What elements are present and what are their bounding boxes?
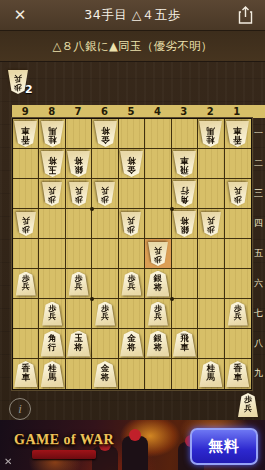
square-8六 xyxy=(39,269,65,299)
square-1二 xyxy=(225,149,251,179)
square-9二 xyxy=(13,149,39,179)
square-6九: 金将 xyxy=(92,359,118,389)
file-label: 9 xyxy=(12,105,38,118)
ad-close-icon[interactable]: ✕ xyxy=(4,456,12,467)
square-4七: 歩兵 xyxy=(145,299,171,329)
koma-gote: 歩兵 xyxy=(228,182,248,206)
info-button[interactable]: i xyxy=(9,398,31,420)
ad-cta-button[interactable]: 無料 xyxy=(190,428,258,465)
square-8三: 歩兵 xyxy=(39,179,65,209)
square-7一 xyxy=(66,119,92,149)
square-9八 xyxy=(13,329,39,359)
board-grid: 香車桂馬金将桂馬香車玉将銀将金将飛車歩兵歩兵歩兵角行歩兵歩兵歩兵銀将歩兵歩兵歩兵… xyxy=(12,118,252,390)
square-2四: 歩兵 xyxy=(198,209,224,239)
koma-gote: 歩兵 xyxy=(8,70,28,94)
sente-captured-tray: 歩兵 xyxy=(238,393,258,417)
square-2一: 桂馬 xyxy=(198,119,224,149)
rank-label: 九 xyxy=(252,358,265,388)
square-7六: 歩兵 xyxy=(66,269,92,299)
square-7三: 歩兵 xyxy=(66,179,92,209)
square-8八: 角行 xyxy=(39,329,65,359)
square-5二: 金将 xyxy=(119,149,145,179)
file-label: 8 xyxy=(38,105,64,118)
square-6七: 歩兵 xyxy=(92,299,118,329)
koma-gote: 桂馬 xyxy=(41,121,64,147)
square-8四 xyxy=(39,209,65,239)
koma-gote: 歩兵 xyxy=(69,182,89,206)
comment-banner: △８八銀に▲同玉（優劣不明） xyxy=(0,31,265,62)
file-labels: 987654321 xyxy=(12,105,265,118)
koma-sente: 歩兵 xyxy=(238,393,258,417)
square-1一: 香車 xyxy=(225,119,251,149)
rank-label: 八 xyxy=(252,328,265,358)
hoshi-dot xyxy=(170,297,174,301)
square-5八: 金将 xyxy=(119,329,145,359)
square-3五 xyxy=(172,239,198,269)
square-5三 xyxy=(119,179,145,209)
koma-gote: 歩兵 xyxy=(121,212,141,236)
hoshi-dot xyxy=(90,297,94,301)
koma-sente: 金将 xyxy=(94,361,117,387)
square-1三: 歩兵 xyxy=(225,179,251,209)
koma-gote: 桂馬 xyxy=(199,121,222,147)
koma-sente: 歩兵 xyxy=(148,302,168,326)
koma-sente: 歩兵 xyxy=(121,272,141,296)
square-6三: 歩兵 xyxy=(92,179,118,209)
square-6二 xyxy=(92,149,118,179)
koma-gote: 玉将 xyxy=(41,151,64,177)
warrior-figure xyxy=(92,446,118,470)
square-9四: 歩兵 xyxy=(13,209,39,239)
file-label: 6 xyxy=(91,105,117,118)
square-3四: 銀将 xyxy=(172,209,198,239)
square-5五 xyxy=(119,239,145,269)
koma-sente: 桂馬 xyxy=(199,361,222,387)
close-button[interactable]: ✕ xyxy=(0,6,40,24)
file-label: 3 xyxy=(171,105,197,118)
koma-sente: 銀将 xyxy=(146,271,169,297)
rank-label: 六 xyxy=(252,268,265,298)
square-4二 xyxy=(145,149,171,179)
koma-gote: 飛車 xyxy=(173,151,196,177)
square-4四 xyxy=(145,209,171,239)
square-2二 xyxy=(198,149,224,179)
file-label: 1 xyxy=(224,105,250,118)
file-label: 7 xyxy=(65,105,91,118)
square-5七 xyxy=(119,299,145,329)
hoshi-dot xyxy=(90,207,94,211)
square-3七 xyxy=(172,299,198,329)
square-5一 xyxy=(119,119,145,149)
square-9七 xyxy=(13,299,39,329)
koma-gote: 金将 xyxy=(120,151,143,177)
koma-sente: 桂馬 xyxy=(41,361,64,387)
square-1六 xyxy=(225,269,251,299)
koma-sente: 歩兵 xyxy=(42,302,62,326)
square-9五 xyxy=(13,239,39,269)
square-4九 xyxy=(145,359,171,389)
koma-sente: 歩兵 xyxy=(95,302,115,326)
koma-gote: 銀将 xyxy=(173,211,196,237)
koma-sente: 飛車 xyxy=(173,331,196,357)
square-3三: 角行 xyxy=(172,179,198,209)
square-3二: 飛車 xyxy=(172,149,198,179)
square-7九 xyxy=(66,359,92,389)
koma-sente: 歩兵 xyxy=(228,302,248,326)
page-title: 34手目 △４五歩 xyxy=(40,7,225,24)
rank-label: 三 xyxy=(252,178,265,208)
square-8二: 玉将 xyxy=(39,149,65,179)
koma-sente: 銀将 xyxy=(146,331,169,357)
square-6八 xyxy=(92,329,118,359)
square-7八: 玉将 xyxy=(66,329,92,359)
share-button[interactable] xyxy=(225,6,265,24)
koma-gote: 角行 xyxy=(173,181,196,207)
nav-bar: ✕ 34手目 △４五歩 xyxy=(0,0,265,31)
rank-label: 一 xyxy=(252,118,265,148)
rank-label: 五 xyxy=(252,238,265,268)
file-label: 2 xyxy=(197,105,223,118)
koma-sente: 歩兵 xyxy=(16,272,36,296)
gote-captured-tray: 歩兵 2 xyxy=(8,70,33,94)
square-6六 xyxy=(92,269,118,299)
square-4六: 銀将 xyxy=(145,269,171,299)
square-9三 xyxy=(13,179,39,209)
square-8一: 桂馬 xyxy=(39,119,65,149)
square-2六 xyxy=(198,269,224,299)
square-2八 xyxy=(198,329,224,359)
square-1七: 歩兵 xyxy=(225,299,251,329)
rank-label: 二 xyxy=(252,148,265,178)
koma-sente: 歩兵 xyxy=(69,272,89,296)
square-8九: 桂馬 xyxy=(39,359,65,389)
square-2七 xyxy=(198,299,224,329)
square-4一 xyxy=(145,119,171,149)
koma-gote: 香車 xyxy=(226,121,249,147)
square-2三 xyxy=(198,179,224,209)
square-1九: 香車 xyxy=(225,359,251,389)
square-5九 xyxy=(119,359,145,389)
koma-sente: 角行 xyxy=(41,331,64,357)
koma-gote: 香車 xyxy=(14,121,37,147)
square-2五 xyxy=(198,239,224,269)
share-icon xyxy=(238,6,253,24)
ad-logo-ribbon xyxy=(32,450,96,459)
rank-label: 四 xyxy=(252,208,265,238)
square-6一: 金将 xyxy=(92,119,118,149)
square-1四 xyxy=(225,209,251,239)
koma-gote: 歩兵 xyxy=(95,182,115,206)
square-7五 xyxy=(66,239,92,269)
koma-sente: 香車 xyxy=(14,361,37,387)
square-2九: 桂馬 xyxy=(198,359,224,389)
koma-gote: 歩兵 xyxy=(42,182,62,206)
ad-banner[interactable]: GAME of WAR 無料 ✕ xyxy=(0,420,265,470)
square-8五 xyxy=(39,239,65,269)
square-5四: 歩兵 xyxy=(119,209,145,239)
square-3六 xyxy=(172,269,198,299)
file-label: 4 xyxy=(144,105,170,118)
square-3一 xyxy=(172,119,198,149)
koma-gote: 歩兵 xyxy=(16,212,36,236)
square-4八: 銀将 xyxy=(145,329,171,359)
square-3九 xyxy=(172,359,198,389)
square-5六: 歩兵 xyxy=(119,269,145,299)
koma-gote: 歩兵 xyxy=(201,212,221,236)
rank-labels: 一二三四五六七八九 xyxy=(252,118,265,388)
koma-gote: 歩兵 xyxy=(148,242,168,266)
square-1八 xyxy=(225,329,251,359)
square-6四 xyxy=(92,209,118,239)
square-7七 xyxy=(66,299,92,329)
square-4五: 歩兵 xyxy=(145,239,171,269)
square-4三 xyxy=(145,179,171,209)
koma-gote: 銀将 xyxy=(67,151,90,177)
square-9九: 香車 xyxy=(13,359,39,389)
koma-sente: 金将 xyxy=(120,331,143,357)
square-3八: 飛車 xyxy=(172,329,198,359)
square-8七: 歩兵 xyxy=(39,299,65,329)
square-7二: 銀将 xyxy=(66,149,92,179)
koma-sente: 香車 xyxy=(226,361,249,387)
square-9一: 香車 xyxy=(13,119,39,149)
square-6五 xyxy=(92,239,118,269)
rank-label: 七 xyxy=(252,298,265,328)
hoshi-dot xyxy=(170,207,174,211)
square-7四 xyxy=(66,209,92,239)
ad-logo-text: GAME of WAR xyxy=(14,432,114,448)
square-9六: 歩兵 xyxy=(13,269,39,299)
file-label: 5 xyxy=(118,105,144,118)
square-1五 xyxy=(225,239,251,269)
koma-gote: 金将 xyxy=(94,121,117,147)
koma-sente: 玉将 xyxy=(67,331,90,357)
warrior-figure xyxy=(122,436,148,470)
